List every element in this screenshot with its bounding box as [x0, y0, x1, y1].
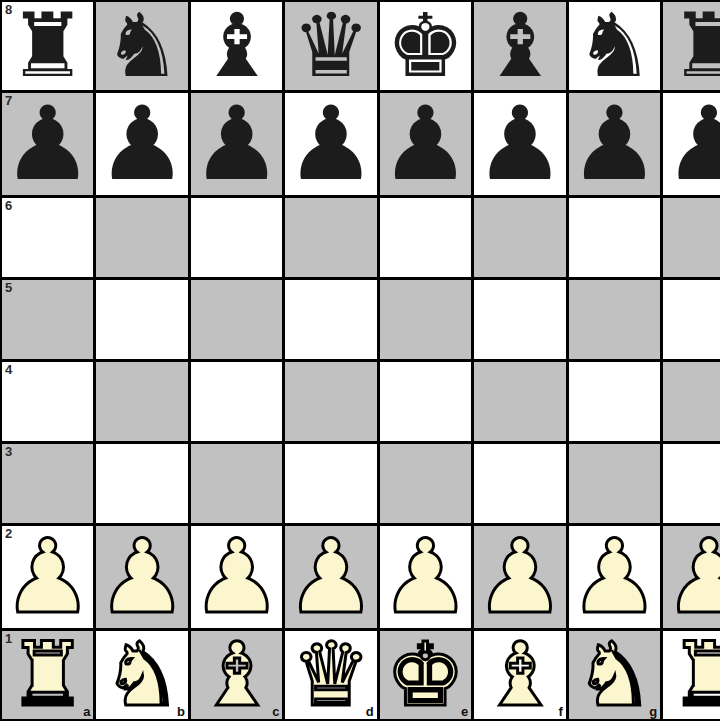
square-e1[interactable]: e♚ [380, 631, 471, 719]
square-c2[interactable]: ♟ [191, 526, 282, 628]
piece-white-pawn[interactable]: ♟ [380, 526, 471, 628]
square-g8[interactable]: ♞ [569, 2, 660, 90]
piece-white-bishop[interactable]: ♝ [481, 631, 560, 719]
square-e7[interactable]: ♟ [380, 93, 471, 195]
file-label-a: a [83, 705, 90, 719]
square-a3[interactable]: 3 [2, 444, 93, 523]
square-e6[interactable] [380, 198, 471, 277]
square-c8[interactable]: ♝ [191, 2, 282, 90]
square-c6[interactable] [191, 198, 282, 277]
piece-white-king[interactable]: ♚ [386, 631, 465, 719]
square-h5[interactable] [663, 280, 720, 359]
square-g3[interactable] [569, 444, 660, 523]
square-c4[interactable] [191, 362, 282, 441]
piece-black-bishop[interactable]: ♝ [197, 2, 276, 90]
piece-white-pawn[interactable]: ♟ [285, 526, 376, 628]
square-a6[interactable]: 6 [2, 198, 93, 277]
rank-label-3: 3 [5, 445, 12, 459]
file-label-d: d [366, 705, 374, 719]
file-label-g: g [649, 705, 657, 719]
square-a7[interactable]: 7♟ [2, 93, 93, 195]
square-e2[interactable]: ♟ [380, 526, 471, 628]
square-d2[interactable]: ♟ [285, 526, 376, 628]
square-b6[interactable] [96, 198, 187, 277]
rank-label-8: 8 [5, 3, 12, 17]
rank-label-7: 7 [5, 94, 12, 108]
square-f8[interactable]: ♝ [474, 2, 565, 90]
square-g7[interactable]: ♟ [569, 93, 660, 195]
square-g2[interactable]: ♟ [569, 526, 660, 628]
piece-black-pawn[interactable]: ♟ [663, 93, 720, 195]
piece-black-pawn[interactable]: ♟ [569, 93, 660, 195]
piece-white-knight[interactable]: ♞ [575, 631, 654, 719]
piece-black-queen[interactable]: ♛ [292, 2, 371, 90]
piece-white-bishop[interactable]: ♝ [197, 631, 276, 719]
square-f1[interactable]: f♝ [474, 631, 565, 719]
square-a5[interactable]: 5 [2, 280, 93, 359]
square-f4[interactable] [474, 362, 565, 441]
file-label-e: e [461, 705, 468, 719]
square-f3[interactable] [474, 444, 565, 523]
square-c3[interactable] [191, 444, 282, 523]
square-d5[interactable] [285, 280, 376, 359]
square-g4[interactable] [569, 362, 660, 441]
square-b2[interactable]: ♟ [96, 526, 187, 628]
rank-label-1: 1 [5, 632, 12, 646]
file-label-f: f [558, 705, 562, 719]
square-f2[interactable]: ♟ [474, 526, 565, 628]
piece-black-rook[interactable]: ♜ [669, 2, 720, 90]
piece-black-pawn[interactable]: ♟ [380, 93, 471, 195]
square-d1[interactable]: d♛ [285, 631, 376, 719]
piece-black-knight[interactable]: ♞ [103, 2, 182, 90]
square-b1[interactable]: b♞ [96, 631, 187, 719]
square-b8[interactable]: ♞ [96, 2, 187, 90]
piece-black-pawn[interactable]: ♟ [96, 93, 187, 195]
piece-white-pawn[interactable]: ♟ [191, 526, 282, 628]
piece-black-pawn[interactable]: ♟ [285, 93, 376, 195]
rank-label-4: 4 [5, 363, 12, 377]
square-f6[interactable] [474, 198, 565, 277]
square-c1[interactable]: c♝ [191, 631, 282, 719]
file-label-b: b [177, 705, 185, 719]
piece-white-queen[interactable]: ♛ [292, 631, 371, 719]
piece-white-knight[interactable]: ♞ [103, 631, 182, 719]
piece-white-pawn[interactable]: ♟ [96, 526, 187, 628]
square-d6[interactable] [285, 198, 376, 277]
rank-label-6: 6 [5, 199, 12, 213]
piece-black-knight[interactable]: ♞ [575, 2, 654, 90]
piece-white-rook[interactable]: ♜ [669, 631, 720, 719]
piece-white-pawn[interactable]: ♟ [2, 526, 93, 628]
piece-black-pawn[interactable]: ♟ [191, 93, 282, 195]
rank-label-5: 5 [5, 281, 12, 295]
piece-black-pawn[interactable]: ♟ [474, 93, 565, 195]
square-h8[interactable]: ♜ [663, 2, 720, 90]
rank-label-2: 2 [5, 527, 12, 541]
square-d4[interactable] [285, 362, 376, 441]
square-f7[interactable]: ♟ [474, 93, 565, 195]
square-d3[interactable] [285, 444, 376, 523]
square-a8[interactable]: 8♜ [2, 2, 93, 90]
square-e5[interactable] [380, 280, 471, 359]
square-b7[interactable]: ♟ [96, 93, 187, 195]
square-a1[interactable]: 1a♜ [2, 631, 93, 719]
file-label-c: c [272, 705, 279, 719]
square-a2[interactable]: 2♟ [2, 526, 93, 628]
piece-white-pawn[interactable]: ♟ [663, 526, 720, 628]
square-h7[interactable]: ♟ [663, 93, 720, 195]
piece-white-pawn[interactable]: ♟ [474, 526, 565, 628]
piece-white-pawn[interactable]: ♟ [569, 526, 660, 628]
piece-black-bishop[interactable]: ♝ [481, 2, 560, 90]
square-d8[interactable]: ♛ [285, 2, 376, 90]
square-f5[interactable] [474, 280, 565, 359]
square-g6[interactable] [569, 198, 660, 277]
square-h3[interactable] [663, 444, 720, 523]
square-g1[interactable]: g♞ [569, 631, 660, 719]
square-h4[interactable] [663, 362, 720, 441]
piece-black-rook[interactable]: ♜ [8, 2, 87, 90]
square-e3[interactable] [380, 444, 471, 523]
square-d7[interactable]: ♟ [285, 93, 376, 195]
square-g5[interactable] [569, 280, 660, 359]
square-h1[interactable]: h♜ [663, 631, 720, 719]
square-c5[interactable] [191, 280, 282, 359]
square-e4[interactable] [380, 362, 471, 441]
square-e8[interactable]: ♚ [380, 2, 471, 90]
piece-black-pawn[interactable]: ♟ [2, 93, 93, 195]
piece-black-king[interactable]: ♚ [386, 2, 465, 90]
square-b5[interactable] [96, 280, 187, 359]
chess-board: 8♜♞♝♛♚♝♞♜7♟♟♟♟♟♟♟♟65432♟♟♟♟♟♟♟♟1a♜b♞c♝d♛… [0, 0, 720, 721]
square-h6[interactable] [663, 198, 720, 277]
piece-white-rook[interactable]: ♜ [8, 631, 87, 719]
square-h2[interactable]: ♟ [663, 526, 720, 628]
square-c7[interactable]: ♟ [191, 93, 282, 195]
square-b3[interactable] [96, 444, 187, 523]
square-b4[interactable] [96, 362, 187, 441]
square-a4[interactable]: 4 [2, 362, 93, 441]
